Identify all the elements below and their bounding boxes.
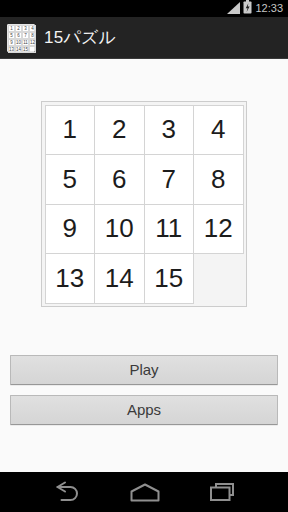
app-icon: 123456789101112131415	[7, 24, 35, 52]
tile-10[interactable]: 10	[94, 204, 145, 255]
tile-3[interactable]: 3	[144, 105, 195, 156]
tile-6[interactable]: 6	[94, 154, 145, 205]
tile-5[interactable]: 5	[45, 154, 96, 205]
tile-2[interactable]: 2	[94, 105, 145, 156]
mini-tile: 13	[8, 46, 15, 53]
home-icon[interactable]	[130, 483, 160, 502]
mini-tile: 10	[15, 39, 22, 46]
tile-8[interactable]: 8	[193, 154, 244, 205]
back-icon[interactable]	[53, 481, 81, 503]
tile-12[interactable]: 12	[193, 204, 244, 255]
tile-13[interactable]: 13	[45, 253, 96, 304]
apps-button[interactable]: Apps	[10, 395, 278, 425]
tile-11[interactable]: 11	[144, 204, 195, 255]
signal-icon	[227, 0, 240, 18]
mini-tile: 1	[8, 25, 15, 32]
mini-tile: 7	[22, 32, 29, 39]
status-bar: 12:33	[0, 0, 288, 17]
mini-tile: 5	[8, 32, 15, 39]
mini-tile: 12	[29, 39, 36, 46]
mini-tile: 14	[15, 46, 22, 53]
status-clock: 12:33	[255, 0, 283, 17]
tile-15[interactable]: 15	[144, 253, 195, 304]
app-title: 15パズル	[44, 26, 116, 49]
tile-9[interactable]: 9	[45, 204, 96, 255]
mini-tile: 3	[22, 25, 29, 32]
tile-1[interactable]: 1	[45, 105, 96, 156]
play-button[interactable]: Play	[10, 355, 278, 385]
action-bar: 123456789101112131415 15パズル	[0, 17, 288, 59]
tile-7[interactable]: 7	[144, 154, 195, 205]
tile-4[interactable]: 4	[193, 105, 244, 156]
phone-screen: 12:33 123456789101112131415 15パズル 123456…	[0, 0, 288, 512]
mini-empty-cell	[29, 46, 36, 53]
navigation-bar	[0, 472, 288, 512]
mini-tile: 15	[22, 46, 29, 53]
empty-cell	[193, 253, 244, 304]
tile-14[interactable]: 14	[94, 253, 145, 304]
mini-tile: 11	[22, 39, 29, 46]
mini-tile: 8	[29, 32, 36, 39]
mini-tile: 2	[15, 25, 22, 32]
mini-tile: 9	[8, 39, 15, 46]
recents-icon[interactable]	[209, 482, 235, 502]
battery-charging-icon	[243, 0, 252, 18]
mini-tile: 4	[29, 25, 36, 32]
mini-tile: 6	[15, 32, 22, 39]
puzzle-board: 123456789101112131415	[41, 101, 247, 307]
